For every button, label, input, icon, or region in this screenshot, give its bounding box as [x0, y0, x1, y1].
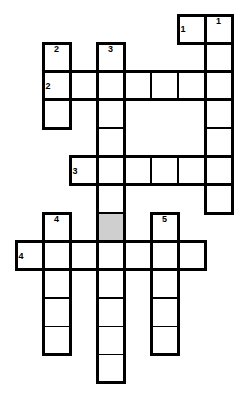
cell-r3c3[interactable]: [97, 100, 124, 128]
grid-line: [123, 72, 125, 100]
cell-r8c2[interactable]: [70, 241, 97, 269]
cell-r5c3[interactable]: [97, 157, 124, 185]
grid-line: [43, 326, 70, 328]
grid-line: [97, 212, 124, 214]
grid-line: [205, 43, 232, 45]
grid-line: [204, 72, 206, 100]
grid-line: [205, 184, 232, 186]
grid-line: [43, 297, 70, 299]
grid-line: [97, 241, 124, 243]
cell-r7c5[interactable]: [151, 213, 178, 241]
cell-r5c2[interactable]: [70, 157, 97, 185]
cell-r10c5[interactable]: [151, 298, 178, 326]
grid-line: [43, 269, 70, 271]
cell-r0c7[interactable]: [205, 15, 232, 43]
grid-line: [151, 241, 178, 243]
cell-r3c1[interactable]: [43, 100, 70, 128]
cell-r1c1[interactable]: [43, 43, 70, 71]
cell-r2c1[interactable]: [43, 72, 70, 100]
cell-r11c3[interactable]: [97, 326, 124, 354]
cell-r2c3[interactable]: [97, 72, 124, 100]
cell-r2c2[interactable]: [70, 72, 97, 100]
grid-line: [96, 241, 98, 269]
cell-r8c6[interactable]: [178, 241, 205, 269]
grid-line: [177, 157, 179, 185]
cell-r5c4[interactable]: [124, 157, 151, 185]
cell-r1c7[interactable]: [205, 43, 232, 71]
cell-r5c5[interactable]: [151, 157, 178, 185]
cell-r8c0[interactable]: [16, 241, 43, 269]
shaded-cell-r7c3: [97, 213, 124, 241]
cell-r2c5[interactable]: [151, 72, 178, 100]
grid-line: [123, 241, 125, 269]
cell-r7c1[interactable]: [43, 213, 70, 241]
grid-line: [150, 157, 152, 185]
grid-line: [97, 127, 124, 129]
cell-r6c3[interactable]: [97, 185, 124, 213]
cell-r9c5[interactable]: [151, 270, 178, 298]
grid-line: [205, 156, 232, 158]
cell-r0c6[interactable]: [178, 15, 205, 43]
grid-line: [43, 71, 70, 73]
grid-line: [97, 354, 124, 356]
cell-r6c7[interactable]: [205, 185, 232, 213]
cell-r9c3[interactable]: [97, 270, 124, 298]
grid-line: [97, 156, 124, 158]
cell-r8c1[interactable]: [43, 241, 70, 269]
grid-line: [177, 72, 179, 100]
grid-line: [97, 326, 124, 328]
grid-line: [123, 157, 125, 185]
grid-line: [151, 269, 178, 271]
grid-line: [97, 297, 124, 299]
crossword-board: 123412345: [0, 0, 250, 400]
grid-line: [150, 241, 152, 269]
grid-line: [42, 241, 44, 269]
grid-line: [96, 157, 98, 185]
cell-r10c1[interactable]: [43, 298, 70, 326]
grid-line: [177, 241, 179, 269]
grid-line: [150, 72, 152, 100]
grid-line: [43, 99, 70, 101]
grid-line: [97, 184, 124, 186]
grid-line: [97, 71, 124, 73]
cell-r11c5[interactable]: [151, 326, 178, 354]
cell-r8c4[interactable]: [124, 241, 151, 269]
cell-r3c7[interactable]: [205, 100, 232, 128]
cell-r1c3[interactable]: [97, 43, 124, 71]
grid-line: [43, 241, 70, 243]
grid-line: [204, 15, 206, 43]
cell-r5c6[interactable]: [178, 157, 205, 185]
cell-r4c7[interactable]: [205, 128, 232, 156]
grid-line: [151, 297, 178, 299]
cell-r12c3[interactable]: [97, 355, 124, 383]
grid-line: [97, 269, 124, 271]
grid-line: [205, 99, 232, 101]
cell-r2c7[interactable]: [205, 72, 232, 100]
cell-r8c3[interactable]: [97, 241, 124, 269]
grid-line: [97, 99, 124, 101]
grid-line: [96, 72, 98, 100]
grid-line: [151, 326, 178, 328]
cell-r5c7[interactable]: [205, 157, 232, 185]
grid-line: [69, 72, 71, 100]
cell-r8c5[interactable]: [151, 241, 178, 269]
grid-line: [204, 157, 206, 185]
grid-line: [205, 127, 232, 129]
cell-r10c3[interactable]: [97, 298, 124, 326]
cell-r11c1[interactable]: [43, 326, 70, 354]
cell-r2c4[interactable]: [124, 72, 151, 100]
grid-line: [69, 241, 71, 269]
grid-line: [205, 71, 232, 73]
cell-r9c1[interactable]: [43, 270, 70, 298]
cell-r4c3[interactable]: [97, 128, 124, 156]
cell-r2c6[interactable]: [178, 72, 205, 100]
